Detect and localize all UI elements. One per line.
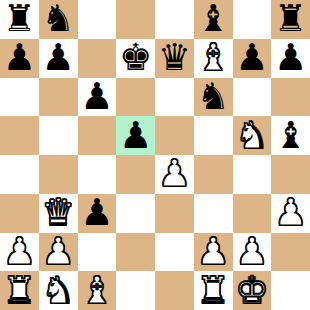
white-knight-g5[interactable]: ♞ xyxy=(235,117,268,155)
square-c8[interactable] xyxy=(78,0,117,39)
square-e1[interactable] xyxy=(155,271,194,310)
white-knight-b1[interactable]: ♞ xyxy=(42,272,75,310)
square-c1[interactable]: ♝ xyxy=(78,271,117,310)
square-d8[interactable] xyxy=(116,0,155,39)
square-g2[interactable]: ♟ xyxy=(233,233,272,272)
square-d5[interactable]: ♟ xyxy=(116,116,155,155)
square-f4[interactable] xyxy=(194,155,233,194)
black-queen-e7[interactable]: ♛ xyxy=(158,39,191,77)
square-f8[interactable]: ♝ xyxy=(194,0,233,39)
chess-board: ♜♞♝♜♟♟♚♛♝♟♟♟♞♟♞♝♟♛♟♟♟♟♟♟♜♞♝♜♚ xyxy=(0,0,310,310)
square-a6[interactable] xyxy=(0,78,39,117)
square-e6[interactable] xyxy=(155,78,194,117)
square-e3[interactable] xyxy=(155,194,194,233)
black-rook-h8[interactable]: ♜ xyxy=(274,0,307,38)
square-d7[interactable]: ♚ xyxy=(116,39,155,78)
black-bishop-f8[interactable]: ♝ xyxy=(197,0,230,38)
black-pawn-h7[interactable]: ♟ xyxy=(274,39,307,77)
square-b1[interactable]: ♞ xyxy=(39,271,78,310)
square-b3[interactable]: ♛ xyxy=(39,194,78,233)
white-pawn-a2[interactable]: ♟ xyxy=(3,233,36,271)
black-bishop-h5[interactable]: ♝ xyxy=(274,117,307,155)
square-g7[interactable]: ♟ xyxy=(233,39,272,78)
square-g8[interactable] xyxy=(233,0,272,39)
square-a8[interactable]: ♜ xyxy=(0,0,39,39)
square-c5[interactable] xyxy=(78,116,117,155)
square-f6[interactable]: ♞ xyxy=(194,78,233,117)
square-c6[interactable]: ♟ xyxy=(78,78,117,117)
square-f1[interactable]: ♜ xyxy=(194,271,233,310)
black-knight-b8[interactable]: ♞ xyxy=(42,0,75,38)
square-b8[interactable]: ♞ xyxy=(39,0,78,39)
black-pawn-c6[interactable]: ♟ xyxy=(80,78,113,116)
square-f3[interactable] xyxy=(194,194,233,233)
square-g4[interactable] xyxy=(233,155,272,194)
white-rook-f1[interactable]: ♜ xyxy=(197,272,230,310)
square-g1[interactable]: ♚ xyxy=(233,271,272,310)
white-rook-a1[interactable]: ♜ xyxy=(3,272,36,310)
square-b6[interactable] xyxy=(39,78,78,117)
square-c3[interactable]: ♟ xyxy=(78,194,117,233)
black-knight-f6[interactable]: ♞ xyxy=(197,78,230,116)
square-a2[interactable]: ♟ xyxy=(0,233,39,272)
square-a1[interactable]: ♜ xyxy=(0,271,39,310)
square-d4[interactable] xyxy=(116,155,155,194)
square-e2[interactable] xyxy=(155,233,194,272)
black-pawn-g7[interactable]: ♟ xyxy=(235,39,268,77)
square-b2[interactable]: ♟ xyxy=(39,233,78,272)
black-pawn-a7[interactable]: ♟ xyxy=(3,39,36,77)
square-f2[interactable]: ♟ xyxy=(194,233,233,272)
white-pawn-f2[interactable]: ♟ xyxy=(197,233,230,271)
square-c4[interactable] xyxy=(78,155,117,194)
square-h7[interactable]: ♟ xyxy=(271,39,310,78)
square-f7[interactable]: ♝ xyxy=(194,39,233,78)
square-a7[interactable]: ♟ xyxy=(0,39,39,78)
square-e7[interactable]: ♛ xyxy=(155,39,194,78)
white-pawn-g2[interactable]: ♟ xyxy=(235,233,268,271)
black-king-d7[interactable]: ♚ xyxy=(119,39,152,77)
square-c7[interactable] xyxy=(78,39,117,78)
square-h6[interactable] xyxy=(271,78,310,117)
square-e5[interactable] xyxy=(155,116,194,155)
square-h1[interactable] xyxy=(271,271,310,310)
black-pawn-c3[interactable]: ♟ xyxy=(80,194,113,232)
square-d1[interactable] xyxy=(116,271,155,310)
square-b4[interactable] xyxy=(39,155,78,194)
white-bishop-c1[interactable]: ♝ xyxy=(80,272,113,310)
square-d2[interactable] xyxy=(116,233,155,272)
square-h5[interactable]: ♝ xyxy=(271,116,310,155)
black-pawn-b7[interactable]: ♟ xyxy=(42,39,75,77)
square-a5[interactable] xyxy=(0,116,39,155)
square-g5[interactable]: ♞ xyxy=(233,116,272,155)
square-c2[interactable] xyxy=(78,233,117,272)
square-h2[interactable] xyxy=(271,233,310,272)
white-queen-b3[interactable]: ♛ xyxy=(42,194,75,232)
square-a4[interactable] xyxy=(0,155,39,194)
square-a3[interactable] xyxy=(0,194,39,233)
square-g3[interactable] xyxy=(233,194,272,233)
square-g6[interactable] xyxy=(233,78,272,117)
square-d3[interactable] xyxy=(116,194,155,233)
white-pawn-b2[interactable]: ♟ xyxy=(42,233,75,271)
square-h8[interactable]: ♜ xyxy=(271,0,310,39)
square-e4[interactable]: ♟ xyxy=(155,155,194,194)
white-pawn-e4[interactable]: ♟ xyxy=(158,155,191,193)
square-h4[interactable] xyxy=(271,155,310,194)
square-e8[interactable] xyxy=(155,0,194,39)
black-pawn-d5[interactable]: ♟ xyxy=(119,117,152,155)
square-b7[interactable]: ♟ xyxy=(39,39,78,78)
square-b5[interactable] xyxy=(39,116,78,155)
black-rook-a8[interactable]: ♜ xyxy=(3,0,36,38)
square-h3[interactable]: ♟ xyxy=(271,194,310,233)
white-bishop-f7[interactable]: ♝ xyxy=(197,39,230,77)
square-d6[interactable] xyxy=(116,78,155,117)
white-pawn-h3[interactable]: ♟ xyxy=(274,194,307,232)
square-f5[interactable] xyxy=(194,116,233,155)
white-king-g1[interactable]: ♚ xyxy=(235,272,268,310)
